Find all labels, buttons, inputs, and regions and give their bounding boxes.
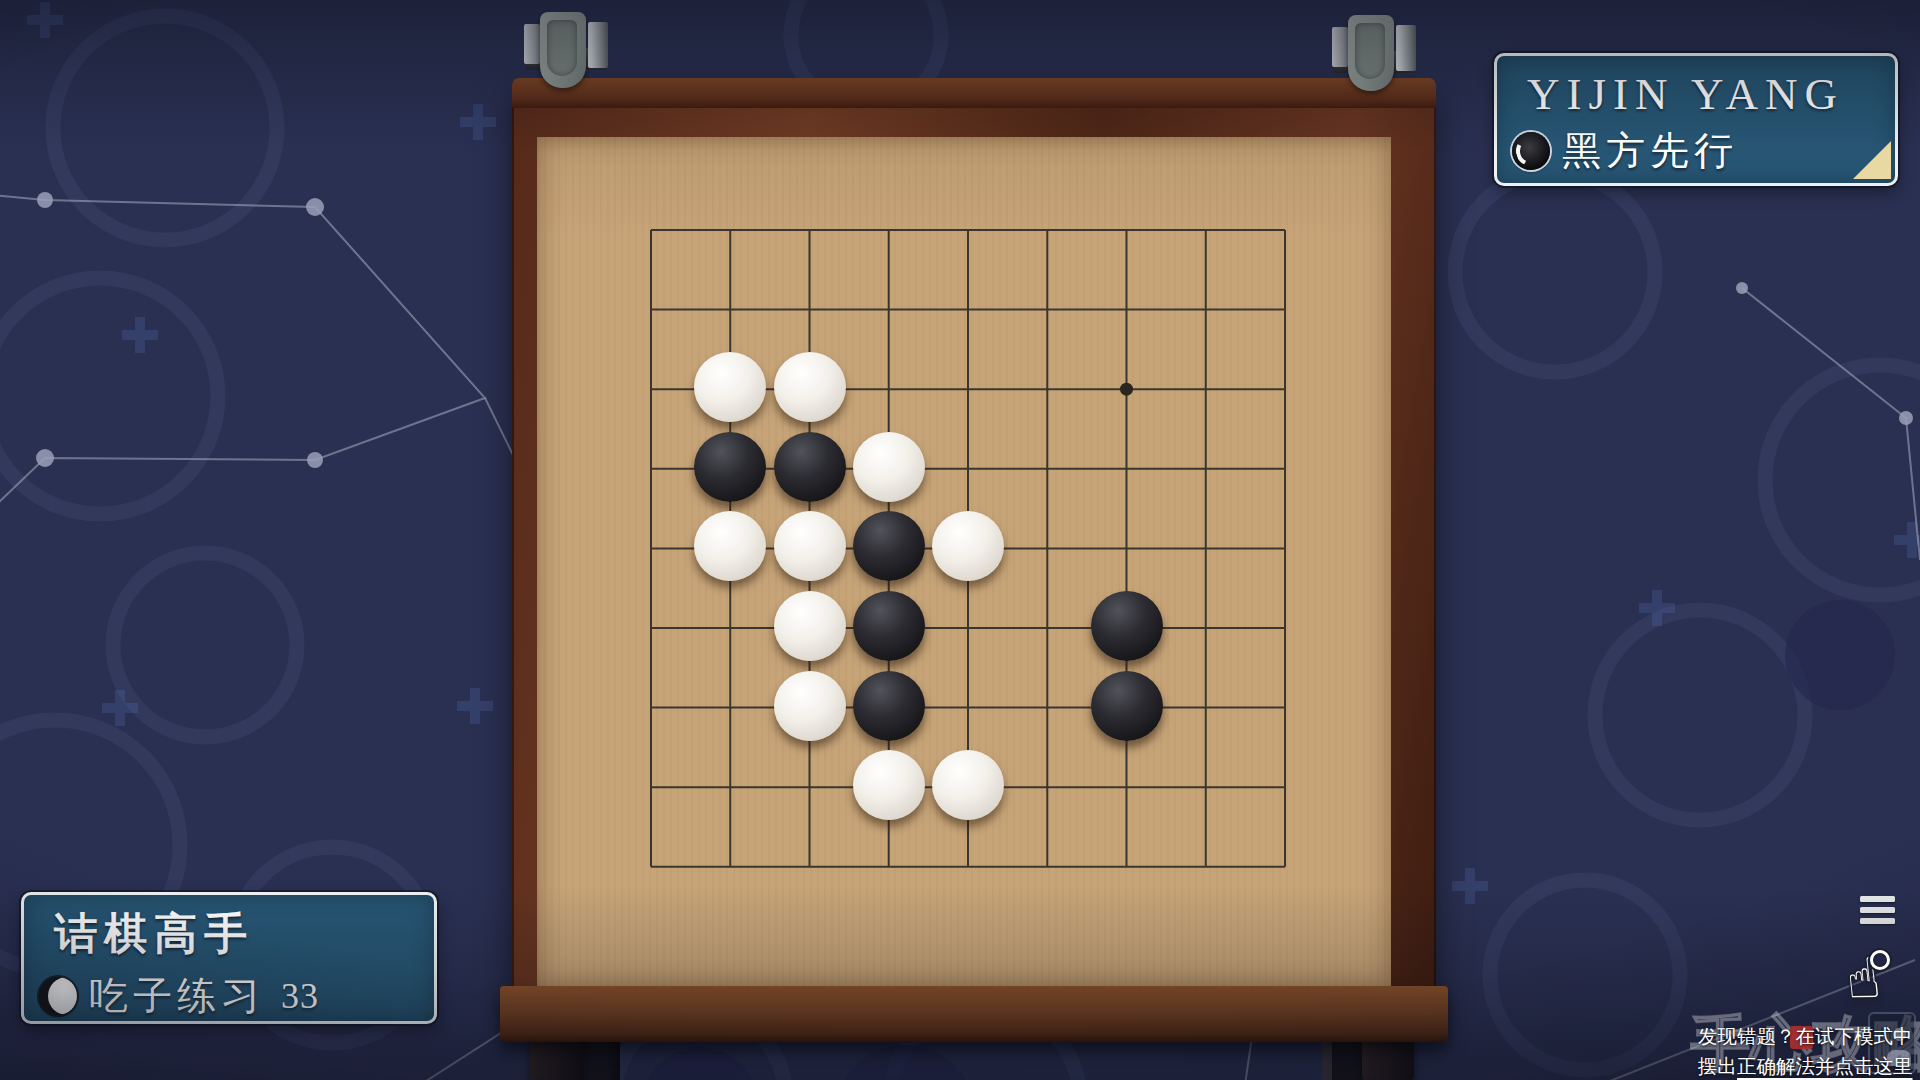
- report-error-link[interactable]: 正确解法并点击这里: [1737, 1056, 1913, 1077]
- menu-bar: [1860, 896, 1895, 902]
- puzzle-panel: 诘棋高手 吃子练习 33: [21, 892, 437, 1024]
- clamp-bracket: [524, 24, 540, 64]
- white-stone: [774, 352, 846, 422]
- black-stone: [853, 671, 925, 741]
- puzzle-number: 33: [281, 975, 319, 1017]
- black-stone: [694, 432, 766, 502]
- turn-status: 黑方先行: [1562, 124, 1738, 178]
- clamp-bracket: [1332, 27, 1348, 67]
- puzzle-category: 吃子练习: [89, 969, 265, 1023]
- puzzle-mode-title: 诘棋高手: [54, 905, 434, 963]
- player-name: YIJIN YANG: [1527, 68, 1895, 120]
- clamp-bracket: [1396, 25, 1416, 71]
- white-stone: [853, 750, 925, 820]
- help-line2-prefix: 摆出: [1698, 1056, 1737, 1077]
- black-stone: [1091, 591, 1163, 661]
- help-line1: 发现错题？在试下模式中: [1698, 1022, 1916, 1052]
- help-line2: 摆出正确解法并点击这里: [1698, 1052, 1916, 1080]
- clamp-pad: [1348, 15, 1394, 91]
- report-error-help: 发现错题？在试下模式中 摆出正确解法并点击这里: [1698, 1022, 1916, 1080]
- white-stone: [932, 750, 1004, 820]
- black-stone: [1091, 671, 1163, 741]
- menu-bar: [1860, 918, 1895, 924]
- corner-triangle[interactable]: [1853, 141, 1891, 179]
- hamburger-menu-icon[interactable]: [1860, 896, 1896, 929]
- clamp-pad-inner: [1355, 23, 1385, 79]
- board-ledge: [500, 986, 1448, 1042]
- black-stone: [853, 511, 925, 581]
- white-stone: [774, 591, 846, 661]
- clamp-pad: [540, 12, 586, 88]
- clamp-pad-inner: [547, 20, 577, 76]
- black-stone: [774, 432, 846, 502]
- board-clamp: [524, 10, 608, 90]
- white-stone: [694, 352, 766, 422]
- black-stone-icon: [1512, 132, 1550, 170]
- black-stone: [853, 591, 925, 661]
- white-stone: [774, 511, 846, 581]
- player-panel[interactable]: YIJIN YANG 黑方先行: [1494, 53, 1898, 186]
- white-stone: [774, 671, 846, 741]
- clamp-bracket: [588, 22, 608, 68]
- app-root: YIJIN YANG 黑方先行 诘棋高手 吃子练习 33 手心攻略 发现错题？在…: [0, 0, 1920, 1080]
- menu-bar: [1860, 907, 1895, 913]
- white-stone: [932, 511, 1004, 581]
- white-stone-icon: [39, 977, 77, 1015]
- white-stone: [853, 432, 925, 502]
- board-clamp: [1332, 13, 1416, 93]
